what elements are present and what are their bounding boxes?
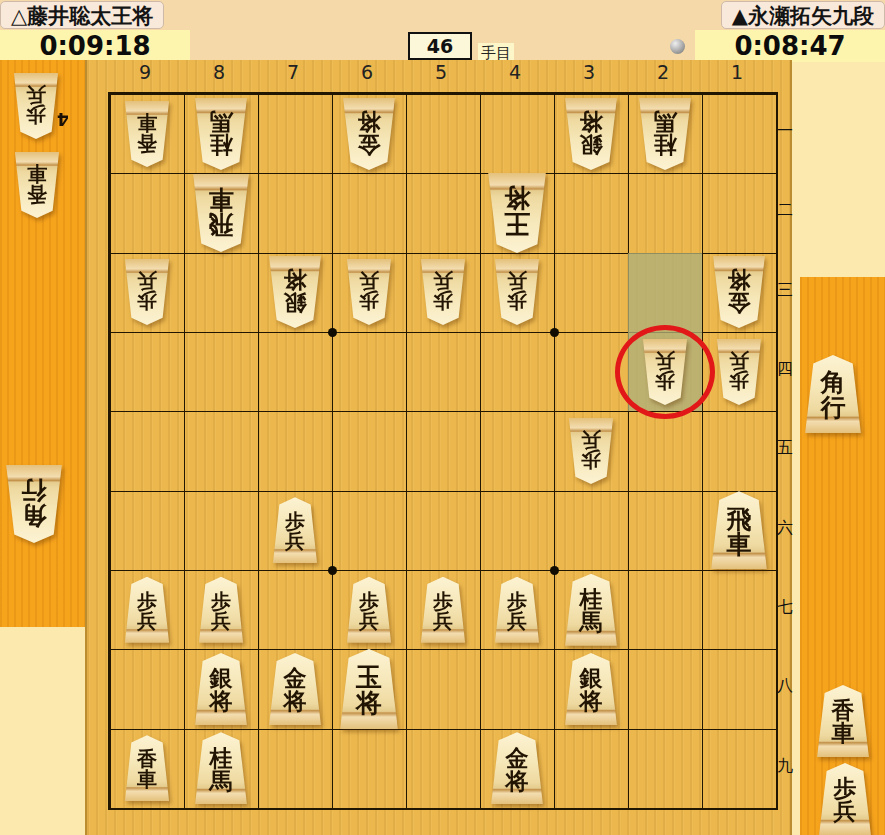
board-piece[interactable]: 銀将	[194, 653, 248, 725]
board-piece[interactable]: 歩兵	[124, 259, 170, 325]
piece-kanji: 車	[27, 164, 47, 184]
move-number-box[interactable]: 46	[408, 32, 472, 60]
board-piece[interactable]: 香車	[124, 101, 170, 167]
piece-kanji: 歩	[433, 291, 453, 311]
piece-tile: 歩兵	[124, 577, 170, 643]
piece-kanji: 王	[504, 211, 530, 237]
file-label: 8	[182, 61, 256, 89]
piece-kanji: 兵	[211, 611, 231, 631]
piece-tile: 歩兵	[272, 497, 318, 563]
piece-tile: 香車	[816, 685, 870, 757]
piece-tile: 歩兵	[420, 577, 466, 643]
piece-kanji: 桂	[210, 747, 233, 770]
board-piece[interactable]: 歩兵	[346, 577, 392, 643]
piece-kanji: 兵	[834, 800, 857, 823]
board-grid[interactable]: 香車桂馬金将銀将桂馬飛車王将歩兵銀将歩兵歩兵歩兵金将歩兵歩兵歩兵歩兵飛車歩兵歩兵…	[108, 92, 778, 810]
piece-kanji: 桂	[654, 132, 677, 155]
piece-tile: 金将	[490, 732, 544, 804]
piece-kanji: 兵	[285, 531, 305, 551]
piece-kanji: 金	[284, 667, 307, 690]
piece-kanji: 将	[504, 185, 530, 211]
file-label: 7	[256, 61, 330, 89]
piece-tile: 金将	[342, 98, 396, 170]
board-piece[interactable]: 桂馬	[638, 98, 692, 170]
highlight-square	[628, 253, 702, 332]
rank-label: 八	[776, 647, 794, 726]
board-piece[interactable]: 金将	[490, 732, 544, 804]
piece-kanji: 飛	[727, 507, 752, 532]
gote-clock: 0:09:18	[0, 30, 190, 62]
hand-piece-count: 4	[57, 109, 69, 129]
board-piece[interactable]: 香車	[124, 735, 170, 801]
file-label: 6	[330, 61, 404, 89]
hand-piece[interactable]: 歩兵	[818, 763, 872, 835]
board-piece[interactable]: 桂馬	[194, 98, 248, 170]
board-piece[interactable]: 銀将	[564, 653, 618, 725]
file-labels: 987654321	[108, 61, 774, 89]
file-label: 1	[700, 61, 774, 89]
sente-player-label: ▲永瀬拓矢九段	[721, 1, 885, 29]
board-piece[interactable]: 銀将	[564, 98, 618, 170]
board-piece[interactable]: 桂馬	[564, 574, 618, 646]
piece-tile: 金将	[268, 653, 322, 725]
piece-kanji: 兵	[729, 351, 749, 371]
piece-kanji: 金	[728, 291, 751, 314]
piece-kanji: 兵	[26, 85, 46, 105]
board-piece[interactable]: 歩兵	[716, 339, 762, 405]
piece-kanji: 香	[137, 749, 157, 769]
piece-kanji: 兵	[359, 271, 379, 291]
file-label: 4	[478, 61, 552, 89]
rank-label: 三	[776, 251, 794, 330]
hand-piece[interactable]: 角行	[804, 355, 862, 433]
board-piece[interactable]: 玉将	[339, 649, 399, 729]
hoshi-dot	[328, 328, 337, 337]
gote-captured-pieces-stand: 歩兵4香車角行	[0, 60, 85, 627]
piece-kanji: 将	[580, 109, 603, 132]
piece-kanji: 兵	[507, 271, 527, 291]
piece-tile: 歩兵	[198, 577, 244, 643]
piece-kanji: 銀	[580, 132, 603, 155]
piece-kanji: 兵	[137, 271, 157, 291]
board-piece[interactable]: 歩兵	[494, 259, 540, 325]
piece-kanji: 金	[358, 132, 381, 155]
piece-kanji: 兵	[507, 611, 527, 631]
piece-kanji: 将	[284, 268, 307, 291]
piece-kanji: 兵	[137, 611, 157, 631]
piece-kanji: 車	[832, 722, 855, 745]
board-piece[interactable]: 飛車	[192, 174, 250, 252]
board-piece[interactable]: 王将	[487, 173, 547, 253]
piece-kanji: 桂	[210, 132, 233, 155]
piece-tile: 桂馬	[564, 574, 618, 646]
piece-tile: 桂馬	[638, 98, 692, 170]
piece-kanji: 車	[137, 769, 157, 789]
piece-tile: 歩兵	[346, 259, 392, 325]
piece-kanji: 歩	[285, 511, 305, 531]
board-piece[interactable]: 桂馬	[194, 732, 248, 804]
rank-label: 七	[776, 568, 794, 647]
piece-tile: 銀将	[564, 98, 618, 170]
piece-kanji: 車	[137, 113, 157, 133]
piece-kanji: 香	[832, 699, 855, 722]
piece-kanji: 歩	[359, 291, 379, 311]
turn-indicator-dot	[670, 39, 685, 54]
piece-tile: 王将	[487, 173, 547, 253]
piece-kanji: 馬	[210, 770, 233, 793]
rank-label: 四	[776, 330, 794, 409]
rank-labels: 一二三四五六七八九	[776, 92, 794, 806]
board-piece[interactable]: 歩兵	[346, 259, 392, 325]
piece-kanji: 歩	[137, 591, 157, 611]
piece-kanji: 将	[210, 690, 233, 713]
piece-kanji: 桂	[580, 588, 603, 611]
rank-label: 二	[776, 171, 794, 250]
piece-kanji: 馬	[580, 611, 603, 634]
piece-kanji: 歩	[26, 105, 46, 125]
piece-kanji: 兵	[359, 611, 379, 631]
board-piece[interactable]: 歩兵	[198, 577, 244, 643]
piece-kanji: 将	[580, 690, 603, 713]
piece-tile: 歩兵	[818, 763, 872, 835]
piece-kanji: 将	[284, 690, 307, 713]
piece-kanji: 飛	[209, 212, 234, 237]
piece-tile: 玉将	[339, 649, 399, 729]
hand-piece[interactable]: 香車	[816, 685, 870, 757]
piece-kanji: 歩	[581, 450, 601, 470]
piece-kanji: 将	[728, 268, 751, 291]
hand-piece[interactable]: 香車	[14, 152, 60, 218]
piece-tile: 歩兵	[494, 259, 540, 325]
piece-tile: 銀将	[564, 653, 618, 725]
piece-tile: 銀将	[194, 653, 248, 725]
piece-kanji: 歩	[359, 591, 379, 611]
piece-tile: 桂馬	[194, 732, 248, 804]
board-piece[interactable]: 歩兵	[272, 497, 318, 563]
piece-kanji: 行	[22, 478, 47, 503]
piece-tile: 香車	[124, 101, 170, 167]
shogi-board: 987654321 一二三四五六七八九 香車桂馬金将銀将桂馬飛車王将歩兵銀将歩兵…	[85, 60, 792, 835]
board-piece[interactable]: 歩兵	[568, 418, 614, 484]
sente-clock: 0:08:47	[695, 30, 885, 62]
piece-kanji: 銀	[210, 667, 233, 690]
piece-tile: 歩兵	[494, 577, 540, 643]
rank-label: 九	[776, 727, 794, 806]
piece-tile: 飛車	[710, 491, 768, 569]
hand-piece[interactable]: 歩兵	[13, 73, 59, 139]
piece-kanji: 角	[821, 370, 846, 395]
piece-kanji: 馬	[210, 109, 233, 132]
piece-kanji: 香	[137, 133, 157, 153]
piece-kanji: 将	[506, 770, 529, 793]
piece-kanji: 香	[27, 184, 47, 204]
hoshi-dot	[550, 566, 559, 575]
piece-tile: 歩兵	[13, 73, 59, 139]
rank-label: 一	[776, 92, 794, 171]
rank-label: 五	[776, 409, 794, 488]
board-piece[interactable]: 飛車	[710, 491, 768, 569]
left-bottom-panel	[0, 627, 85, 835]
board-piece[interactable]: 金将	[268, 653, 322, 725]
rank-label: 六	[776, 489, 794, 568]
piece-tile: 歩兵	[124, 259, 170, 325]
piece-kanji: 金	[506, 747, 529, 770]
file-label: 2	[626, 61, 700, 89]
piece-tile: 歩兵	[716, 339, 762, 405]
shogi-app: { "game": "shogi", "position": { "sfen":…	[0, 0, 885, 835]
piece-kanji: 角	[22, 503, 47, 528]
piece-tile: 銀将	[268, 256, 322, 328]
piece-kanji: 将	[358, 109, 381, 132]
piece-kanji: 行	[821, 395, 846, 420]
hoshi-dot	[550, 328, 559, 337]
board-piece[interactable]: 歩兵	[420, 577, 466, 643]
piece-kanji: 歩	[433, 591, 453, 611]
hoshi-dot	[328, 566, 337, 575]
board-piece[interactable]: 金将	[712, 256, 766, 328]
hand-piece[interactable]: 角行	[5, 465, 63, 543]
file-label: 3	[552, 61, 626, 89]
piece-kanji: 馬	[654, 109, 677, 132]
piece-kanji: 歩	[834, 777, 857, 800]
piece-tile: 香車	[124, 735, 170, 801]
piece-kanji: 銀	[284, 291, 307, 314]
piece-tile: 香車	[14, 152, 60, 218]
file-label: 5	[404, 61, 478, 89]
sente-captured-pieces-stand: 角行香車歩兵	[800, 277, 885, 835]
piece-tile: 金将	[712, 256, 766, 328]
piece-tile: 飛車	[192, 174, 250, 252]
piece-kanji: 将	[356, 690, 382, 716]
piece-kanji: 兵	[433, 271, 453, 291]
piece-kanji: 歩	[507, 591, 527, 611]
piece-kanji: 歩	[507, 291, 527, 311]
piece-tile: 角行	[5, 465, 63, 543]
piece-kanji: 歩	[137, 291, 157, 311]
gote-player-label: △藤井聡太王将	[0, 1, 164, 29]
piece-kanji: 兵	[581, 430, 601, 450]
file-label: 9	[108, 61, 182, 89]
piece-tile: 歩兵	[346, 577, 392, 643]
piece-tile: 歩兵	[568, 418, 614, 484]
piece-tile: 角行	[804, 355, 862, 433]
piece-tile: 桂馬	[194, 98, 248, 170]
board-piece[interactable]: 金将	[342, 98, 396, 170]
last-move-marker-circle	[615, 325, 715, 419]
piece-kanji: 兵	[433, 611, 453, 631]
piece-kanji: 車	[727, 532, 752, 557]
piece-kanji: 玉	[356, 664, 382, 690]
board-piece[interactable]: 歩兵	[420, 259, 466, 325]
board-piece[interactable]: 歩兵	[124, 577, 170, 643]
piece-kanji: 歩	[729, 371, 749, 391]
piece-kanji: 車	[209, 187, 234, 212]
piece-kanji: 歩	[211, 591, 231, 611]
piece-tile: 歩兵	[420, 259, 466, 325]
board-piece[interactable]: 歩兵	[494, 577, 540, 643]
board-piece[interactable]: 銀将	[268, 256, 322, 328]
piece-kanji: 銀	[580, 667, 603, 690]
